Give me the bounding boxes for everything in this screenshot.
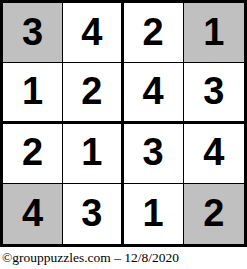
cell-r4c2[interactable]: 3 [63,184,123,244]
cell-r1c4[interactable]: 1 [184,3,244,63]
cell-r4c4[interactable]: 2 [184,184,244,244]
cell-r1c3[interactable]: 2 [124,3,184,63]
cell-r3c3[interactable]: 3 [124,124,184,184]
cell-r1c2[interactable]: 4 [63,3,123,63]
cell-r2c4[interactable]: 3 [184,63,244,123]
copyright-footer: ©grouppuzzles.com – 12/8/2020 [2,247,247,269]
puzzle-page: 3421124321344312 ©grouppuzzles.com – 12/… [0,0,247,269]
cell-r3c4[interactable]: 4 [184,124,244,184]
cell-r2c3[interactable]: 4 [124,63,184,123]
sudoku-board: 3421124321344312 [0,0,247,247]
cell-r3c2[interactable]: 1 [63,124,123,184]
cell-r3c1[interactable]: 2 [3,124,63,184]
cell-r4c3[interactable]: 1 [124,184,184,244]
cell-r1c1[interactable]: 3 [3,3,63,63]
cell-r2c2[interactable]: 2 [63,63,123,123]
cell-r2c1[interactable]: 1 [3,63,63,123]
cell-r4c1[interactable]: 4 [3,184,63,244]
